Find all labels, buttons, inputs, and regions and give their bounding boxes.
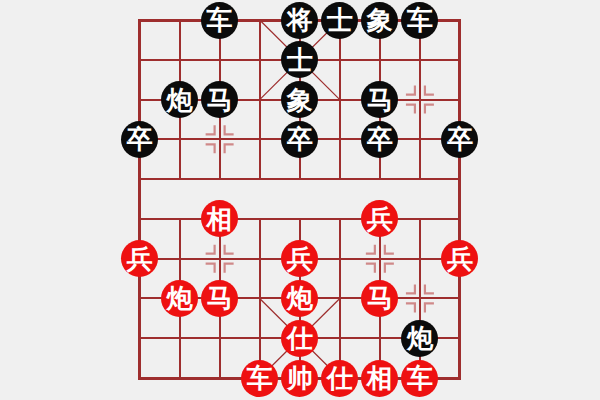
piece-red-advisor-e8[interactable]: 仕 bbox=[281, 320, 318, 357]
piece-black-chariot-c0[interactable]: 车 bbox=[201, 2, 238, 39]
piece-black-advisor-f0[interactable]: 士 bbox=[321, 2, 358, 39]
piece-red-horse-g7[interactable]: 马 bbox=[361, 280, 398, 317]
pieces-layer: 车将士象车士炮马象马卒卒卒卒炮相兵兵兵兵炮马炮马仕车帅仕相车 bbox=[0, 0, 600, 400]
piece-red-cannon-b7[interactable]: 炮 bbox=[161, 280, 198, 317]
piece-black-general-e0[interactable]: 将 bbox=[281, 2, 318, 39]
piece-red-chariot-h9[interactable]: 车 bbox=[401, 360, 438, 397]
piece-red-soldier-g5[interactable]: 兵 bbox=[361, 200, 398, 237]
piece-black-soldier-i3[interactable]: 卒 bbox=[441, 121, 478, 158]
piece-red-cannon-e7[interactable]: 炮 bbox=[281, 280, 318, 317]
piece-red-elephant-g9[interactable]: 相 bbox=[361, 360, 398, 397]
piece-black-soldier-e3[interactable]: 卒 bbox=[281, 121, 318, 158]
piece-black-advisor-e1[interactable]: 士 bbox=[281, 41, 318, 78]
piece-black-cannon-b2[interactable]: 炮 bbox=[161, 81, 198, 118]
piece-black-horse-g2[interactable]: 马 bbox=[361, 81, 398, 118]
piece-black-chariot-h0[interactable]: 车 bbox=[401, 2, 438, 39]
piece-black-soldier-a3[interactable]: 卒 bbox=[121, 121, 158, 158]
piece-red-soldier-i6[interactable]: 兵 bbox=[441, 240, 478, 277]
xiangqi-board: 车将士象车士炮马象马卒卒卒卒炮相兵兵兵兵炮马炮马仕车帅仕相车 bbox=[0, 0, 600, 400]
piece-red-chariot-d9[interactable]: 车 bbox=[241, 360, 278, 397]
piece-red-soldier-a6[interactable]: 兵 bbox=[121, 240, 158, 277]
piece-black-horse-c2[interactable]: 马 bbox=[201, 81, 238, 118]
piece-black-cannon-h8[interactable]: 炮 bbox=[401, 320, 438, 357]
piece-black-soldier-g3[interactable]: 卒 bbox=[361, 121, 398, 158]
piece-black-elephant-g0[interactable]: 象 bbox=[361, 2, 398, 39]
piece-red-general-e9[interactable]: 帅 bbox=[281, 360, 318, 397]
piece-red-soldier-e6[interactable]: 兵 bbox=[281, 240, 318, 277]
piece-black-elephant-e2[interactable]: 象 bbox=[281, 81, 318, 118]
piece-red-horse-c7[interactable]: 马 bbox=[201, 280, 238, 317]
piece-red-advisor-f9[interactable]: 仕 bbox=[321, 360, 358, 397]
piece-red-elephant-c5[interactable]: 相 bbox=[201, 200, 238, 237]
